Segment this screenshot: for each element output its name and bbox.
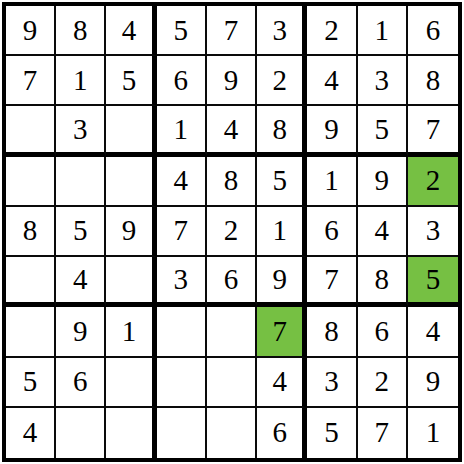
cell-r7c8[interactable]: 6 [358,307,408,357]
cell-r4c5[interactable]: 8 [207,157,257,207]
cell-r1c4[interactable]: 5 [157,6,207,56]
cell-r8c9[interactable]: 9 [408,358,458,408]
cell-r5c8[interactable]: 4 [358,207,408,257]
cell-r2c2[interactable]: 1 [56,56,106,106]
cell-r6c5[interactable]: 6 [207,257,257,307]
cell-r4c6[interactable]: 5 [257,157,307,207]
cell-r5c4[interactable]: 7 [157,207,207,257]
cell-r2c6[interactable]: 2 [257,56,307,106]
cell-r6c4[interactable]: 3 [157,257,207,307]
cell-r6c3-empty[interactable] [106,257,156,307]
cell-r6c9[interactable]: 5 [408,257,458,307]
cell-r7c9[interactable]: 4 [408,307,458,357]
cell-r7c3[interactable]: 1 [106,307,156,357]
cell-r3c4[interactable]: 1 [157,106,207,156]
cell-r4c7[interactable]: 1 [307,157,357,207]
cell-r5c5[interactable]: 2 [207,207,257,257]
cell-r1c5[interactable]: 7 [207,6,257,56]
cell-r2c1[interactable]: 7 [6,56,56,106]
cell-r7c4-empty[interactable] [157,307,207,357]
cell-r3c3-empty[interactable] [106,106,156,156]
cell-r5c9[interactable]: 3 [408,207,458,257]
cell-r9c8[interactable]: 7 [358,408,408,458]
cell-r3c6[interactable]: 8 [257,106,307,156]
cell-r7c5-empty[interactable] [207,307,257,357]
cell-r3c1-empty[interactable] [6,106,56,156]
cell-r8c1[interactable]: 5 [6,358,56,408]
cell-r4c9[interactable]: 2 [408,157,458,207]
cell-r3c7[interactable]: 9 [307,106,357,156]
cell-r4c2-empty[interactable] [56,157,106,207]
cell-r8c7[interactable]: 3 [307,358,357,408]
cell-r9c2-empty[interactable] [56,408,106,458]
cell-r7c1-empty[interactable] [6,307,56,357]
sudoku-page: 9845732167156924383148957485192859721643… [0,0,464,464]
cell-r1c7[interactable]: 2 [307,6,357,56]
cell-r6c1-empty[interactable] [6,257,56,307]
cell-r3c5[interactable]: 4 [207,106,257,156]
cell-r9c4-empty[interactable] [157,408,207,458]
cell-r9c7[interactable]: 5 [307,408,357,458]
cell-r5c2[interactable]: 5 [56,207,106,257]
cell-r1c9[interactable]: 6 [408,6,458,56]
cell-r6c7[interactable]: 7 [307,257,357,307]
cell-r4c8[interactable]: 9 [358,157,408,207]
cell-r1c1[interactable]: 9 [6,6,56,56]
cell-r4c1-empty[interactable] [6,157,56,207]
cell-r2c8[interactable]: 3 [358,56,408,106]
cell-r9c9[interactable]: 1 [408,408,458,458]
cell-r7c2[interactable]: 9 [56,307,106,357]
cell-r8c4-empty[interactable] [157,358,207,408]
cell-r9c6[interactable]: 6 [257,408,307,458]
cell-r6c2[interactable]: 4 [56,257,106,307]
cell-r9c3-empty[interactable] [106,408,156,458]
cell-r1c8[interactable]: 1 [358,6,408,56]
cell-r6c8[interactable]: 8 [358,257,408,307]
cell-r9c5-empty[interactable] [207,408,257,458]
cell-r2c5[interactable]: 9 [207,56,257,106]
cell-r3c8[interactable]: 5 [358,106,408,156]
cell-r8c6[interactable]: 4 [257,358,307,408]
cell-r8c8[interactable]: 2 [358,358,408,408]
cell-r5c7[interactable]: 6 [307,207,357,257]
cell-r2c4[interactable]: 6 [157,56,207,106]
cell-r7c6[interactable]: 7 [257,307,307,357]
cell-r1c2[interactable]: 8 [56,6,106,56]
cell-r1c3[interactable]: 4 [106,6,156,56]
cell-r5c1[interactable]: 8 [6,207,56,257]
cell-r2c9[interactable]: 8 [408,56,458,106]
cell-r5c3[interactable]: 9 [106,207,156,257]
cell-r8c5-empty[interactable] [207,358,257,408]
cell-r8c2[interactable]: 6 [56,358,106,408]
sudoku-board: 9845732167156924383148957485192859721643… [2,2,462,462]
cell-r2c7[interactable]: 4 [307,56,357,106]
cell-r6c6[interactable]: 9 [257,257,307,307]
cell-r1c6[interactable]: 3 [257,6,307,56]
cell-r9c1[interactable]: 4 [6,408,56,458]
cell-r3c2[interactable]: 3 [56,106,106,156]
cell-r4c3-empty[interactable] [106,157,156,207]
cell-r2c3[interactable]: 5 [106,56,156,106]
cell-r7c7[interactable]: 8 [307,307,357,357]
cell-r3c9[interactable]: 7 [408,106,458,156]
cell-r4c4[interactable]: 4 [157,157,207,207]
cell-r8c3-empty[interactable] [106,358,156,408]
cell-r5c6[interactable]: 1 [257,207,307,257]
